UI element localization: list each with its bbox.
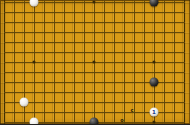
grid-line-horizontal <box>4 52 185 53</box>
go-board[interactable]: 1co <box>0 0 190 124</box>
grid-line-horizontal <box>4 32 185 33</box>
grid-line-horizontal <box>4 42 185 43</box>
grid-line-horizontal <box>4 92 185 93</box>
stone-white: 1 <box>150 108 159 117</box>
stone-black <box>90 118 99 125</box>
stone-white <box>30 118 39 125</box>
point-annotation-label: o <box>120 118 123 123</box>
star-point <box>153 121 156 124</box>
star-point <box>93 61 96 64</box>
point-annotation-label: c <box>131 108 134 113</box>
grid-line-horizontal <box>4 102 185 103</box>
star-point <box>33 61 36 64</box>
stone-white <box>30 0 39 7</box>
stone-black <box>150 0 159 7</box>
star-point <box>153 61 156 64</box>
stone-black <box>150 78 159 87</box>
move-number-label: 1 <box>152 109 156 115</box>
star-point <box>93 1 96 4</box>
grid-line-horizontal <box>4 12 185 13</box>
grid-line-horizontal <box>4 22 185 23</box>
grid-line-horizontal <box>4 72 185 73</box>
stone-white <box>20 98 29 107</box>
